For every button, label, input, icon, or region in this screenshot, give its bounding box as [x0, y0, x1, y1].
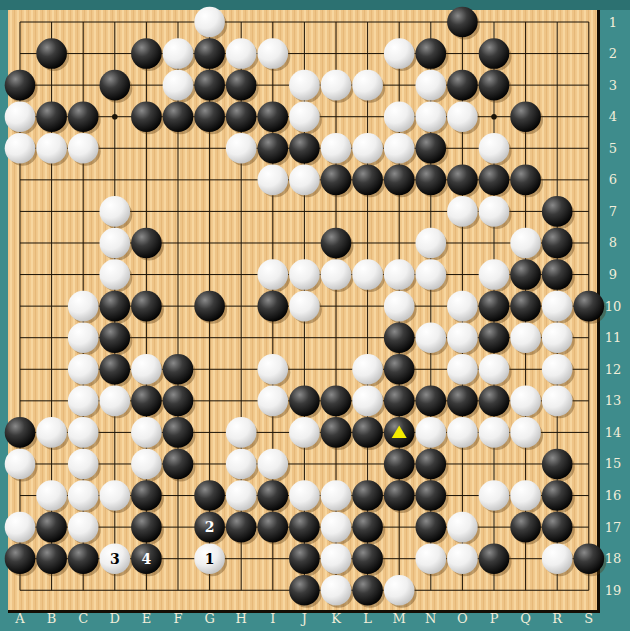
stone-black-G10[interactable] [194, 291, 225, 322]
row-label-5: 5 [609, 141, 617, 156]
stone-white-Q11[interactable] [510, 322, 541, 353]
stone-white-N14[interactable] [416, 417, 447, 448]
stone-black-N6[interactable] [416, 165, 447, 196]
stone-black-D12[interactable] [100, 354, 131, 385]
stone-black-M6[interactable] [384, 165, 415, 196]
stone-black-L6[interactable] [352, 165, 383, 196]
row-label-8: 8 [609, 235, 617, 250]
stone-white-C17[interactable] [68, 512, 99, 543]
col-label-S: S [584, 611, 593, 626]
col-label-B: B [47, 611, 57, 626]
stone-white-H16[interactable] [226, 480, 257, 511]
row-label-13: 13 [605, 393, 622, 408]
stone-white-K17[interactable] [321, 512, 352, 543]
stone-black-D10[interactable] [100, 291, 131, 322]
stone-white-N8[interactable] [416, 228, 447, 259]
row-label-4: 4 [609, 109, 617, 124]
stone-black-K6[interactable] [321, 165, 352, 196]
stone-white-K18[interactable] [321, 543, 352, 574]
col-label-I: I [270, 611, 275, 626]
stone-black-R15[interactable] [542, 449, 573, 480]
stone-black-L19[interactable] [352, 575, 383, 606]
stone-white-I9[interactable] [258, 259, 289, 290]
stone-white-P7[interactable] [479, 196, 510, 227]
stone-white-C5[interactable] [68, 133, 99, 164]
stone-black-I10[interactable] [258, 291, 289, 322]
stone-white-O14[interactable] [447, 417, 478, 448]
stone-black-J17[interactable] [289, 512, 320, 543]
stone-white-O7[interactable] [447, 196, 478, 227]
star-point-P4 [491, 114, 497, 120]
stone-black-F15[interactable] [163, 449, 194, 480]
stone-white-J9[interactable] [289, 259, 320, 290]
stone-black-R9[interactable] [542, 259, 573, 290]
stone-white-D16[interactable] [100, 480, 131, 511]
stone-white-I15[interactable] [258, 449, 289, 480]
row-label-3: 3 [609, 78, 617, 93]
stone-white-B16[interactable] [36, 480, 67, 511]
stone-white-I6[interactable] [258, 165, 289, 196]
stone-white-M4[interactable] [384, 101, 415, 132]
stone-white-P14[interactable] [479, 417, 510, 448]
stone-white-C12[interactable] [68, 354, 99, 385]
stone-white-O17[interactable] [447, 512, 478, 543]
row-label-10: 10 [605, 299, 622, 314]
col-label-P: P [490, 611, 499, 626]
stone-white-G1[interactable] [194, 7, 225, 38]
stone-black-J13[interactable] [289, 386, 320, 417]
stone-white-B5[interactable] [36, 133, 67, 164]
stone-black-I17[interactable] [258, 512, 289, 543]
col-label-H: H [236, 611, 247, 626]
stone-black-Q4[interactable] [510, 101, 541, 132]
stone-white-P9[interactable] [479, 259, 510, 290]
stone-white-M19[interactable] [384, 575, 415, 606]
stone-black-L16[interactable] [352, 480, 383, 511]
row-label-7: 7 [609, 204, 617, 219]
stone-black-Q17[interactable] [510, 512, 541, 543]
col-label-A: A [14, 611, 25, 626]
stone-black-Q6[interactable] [510, 165, 541, 196]
stone-black-E4[interactable] [131, 101, 162, 132]
stone-white-O10[interactable] [447, 291, 478, 322]
stone-black-S18[interactable] [574, 543, 605, 574]
stone-white-E12[interactable] [131, 354, 162, 385]
stone-black-G16[interactable] [194, 480, 225, 511]
stone-white-L13[interactable] [352, 386, 383, 417]
row-label-14: 14 [605, 425, 622, 440]
col-label-L: L [363, 611, 372, 626]
stone-white-O12[interactable] [447, 354, 478, 385]
stone-white-N11[interactable] [416, 322, 447, 353]
stone-black-H3[interactable] [226, 70, 257, 101]
stone-black-K13[interactable] [321, 386, 352, 417]
stone-black-E13[interactable] [131, 386, 162, 417]
row-label-15: 15 [605, 456, 622, 471]
stone-black-M13[interactable] [384, 386, 415, 417]
stone-black-P6[interactable] [479, 165, 510, 196]
stone-white-C15[interactable] [68, 449, 99, 480]
stone-white-L12[interactable] [352, 354, 383, 385]
stone-black-G3[interactable] [194, 70, 225, 101]
col-label-C: C [78, 611, 88, 626]
stone-white-C16[interactable] [68, 480, 99, 511]
stone-white-M9[interactable] [384, 259, 415, 290]
row-label-6: 6 [609, 172, 617, 187]
stone-white-N18[interactable] [416, 543, 447, 574]
move-number-1-G18: 1 [205, 551, 215, 567]
stone-black-E17[interactable] [131, 512, 162, 543]
stone-white-L5[interactable] [352, 133, 383, 164]
move-number-4-E18: 4 [142, 551, 152, 567]
stone-white-A5[interactable] [5, 133, 36, 164]
stone-white-P16[interactable] [479, 480, 510, 511]
stone-black-F12[interactable] [163, 354, 194, 385]
row-label-19: 19 [605, 583, 622, 598]
stone-white-O18[interactable] [447, 543, 478, 574]
stone-black-B17[interactable] [36, 512, 67, 543]
stone-black-P10[interactable] [479, 291, 510, 322]
stone-black-S10[interactable] [574, 291, 605, 322]
stone-white-L9[interactable] [352, 259, 383, 290]
stone-white-R13[interactable] [542, 386, 573, 417]
go-game-screenshot: 1234ABCDEFGHIJKLMNOPQRS12345678910111213… [0, 0, 630, 631]
stone-black-B2[interactable] [36, 38, 67, 69]
stone-black-D11[interactable] [100, 322, 131, 353]
col-label-K: K [331, 611, 341, 626]
stone-white-P12[interactable] [479, 354, 510, 385]
stone-white-F3[interactable] [163, 70, 194, 101]
stone-white-I13[interactable] [258, 386, 289, 417]
stone-black-M12[interactable] [384, 354, 415, 385]
stone-white-D9[interactable] [100, 259, 131, 290]
board-svg: 1234ABCDEFGHIJKLMNOPQRS12345678910111213… [0, 0, 630, 631]
row-label-18: 18 [605, 551, 622, 566]
stone-white-D8[interactable] [100, 228, 131, 259]
stone-black-M16[interactable] [384, 480, 415, 511]
stone-white-Q8[interactable] [510, 228, 541, 259]
stone-black-E16[interactable] [131, 480, 162, 511]
stone-white-I2[interactable] [258, 38, 289, 69]
stone-white-A15[interactable] [5, 449, 36, 480]
stone-white-K3[interactable] [321, 70, 352, 101]
stone-black-H4[interactable] [226, 101, 257, 132]
stone-white-J4[interactable] [289, 101, 320, 132]
stone-black-J18[interactable] [289, 543, 320, 574]
row-label-17: 17 [605, 520, 622, 535]
stone-white-P5[interactable] [479, 133, 510, 164]
stone-white-E14[interactable] [131, 417, 162, 448]
stone-black-Q9[interactable] [510, 259, 541, 290]
stone-black-B4[interactable] [36, 101, 67, 132]
stone-black-G4[interactable] [194, 101, 225, 132]
stone-black-O13[interactable] [447, 386, 478, 417]
col-label-G: G [204, 611, 214, 626]
stone-black-H17[interactable] [226, 512, 257, 543]
stone-white-M10[interactable] [384, 291, 415, 322]
stone-white-C14[interactable] [68, 417, 99, 448]
stone-black-P2[interactable] [479, 38, 510, 69]
stone-black-O6[interactable] [447, 165, 478, 196]
stone-white-K16[interactable] [321, 480, 352, 511]
stone-white-C10[interactable] [68, 291, 99, 322]
stone-black-R17[interactable] [542, 512, 573, 543]
stone-white-K19[interactable] [321, 575, 352, 606]
stone-black-L18[interactable] [352, 543, 383, 574]
stone-black-I5[interactable] [258, 133, 289, 164]
move-number-2-G17: 2 [205, 519, 215, 535]
stone-white-M5[interactable] [384, 133, 415, 164]
stone-white-R18[interactable] [542, 543, 573, 574]
stone-white-H2[interactable] [226, 38, 257, 69]
move-number-3-D18: 3 [110, 551, 120, 567]
stone-white-J10[interactable] [289, 291, 320, 322]
stone-black-A3[interactable] [5, 70, 36, 101]
stone-black-F14[interactable] [163, 417, 194, 448]
stone-white-Q16[interactable] [510, 480, 541, 511]
stone-black-E10[interactable] [131, 291, 162, 322]
col-label-M: M [393, 611, 406, 626]
frame-top-strip [0, 0, 630, 10]
stone-black-E2[interactable] [131, 38, 162, 69]
stone-black-L17[interactable] [352, 512, 383, 543]
stone-black-G2[interactable] [194, 38, 225, 69]
stone-black-N5[interactable] [416, 133, 447, 164]
stone-white-F2[interactable] [163, 38, 194, 69]
stone-black-N15[interactable] [416, 449, 447, 480]
stone-black-F13[interactable] [163, 386, 194, 417]
stone-black-M11[interactable] [384, 322, 415, 353]
col-label-D: D [110, 611, 120, 626]
stone-black-O1[interactable] [447, 7, 478, 38]
stone-black-P18[interactable] [479, 543, 510, 574]
stone-black-P3[interactable] [479, 70, 510, 101]
row-label-1: 1 [609, 15, 617, 30]
stone-white-O4[interactable] [447, 101, 478, 132]
stone-black-R8[interactable] [542, 228, 573, 259]
stone-white-J6[interactable] [289, 165, 320, 196]
stone-white-K9[interactable] [321, 259, 352, 290]
stone-black-K14[interactable] [321, 417, 352, 448]
stone-white-N9[interactable] [416, 259, 447, 290]
stone-white-L3[interactable] [352, 70, 383, 101]
stone-black-O3[interactable] [447, 70, 478, 101]
stone-white-A4[interactable] [5, 101, 36, 132]
stone-white-N3[interactable] [416, 70, 447, 101]
stone-black-I4[interactable] [258, 101, 289, 132]
col-label-O: O [457, 611, 468, 626]
stone-black-P11[interactable] [479, 322, 510, 353]
stone-white-H15[interactable] [226, 449, 257, 480]
stone-white-J16[interactable] [289, 480, 320, 511]
stone-white-Q13[interactable] [510, 386, 541, 417]
stone-white-J3[interactable] [289, 70, 320, 101]
stone-white-R12[interactable] [542, 354, 573, 385]
stone-white-O11[interactable] [447, 322, 478, 353]
stone-black-C4[interactable] [68, 101, 99, 132]
stone-black-Q10[interactable] [510, 291, 541, 322]
stone-black-B18[interactable] [36, 543, 67, 574]
stone-white-C13[interactable] [68, 386, 99, 417]
stone-black-R16[interactable] [542, 480, 573, 511]
stone-black-K8[interactable] [321, 228, 352, 259]
stone-white-A17[interactable] [5, 512, 36, 543]
col-label-F: F [173, 611, 182, 626]
row-label-12: 12 [605, 362, 622, 377]
stone-black-F4[interactable] [163, 101, 194, 132]
stone-white-E15[interactable] [131, 449, 162, 480]
stone-black-C18[interactable] [68, 543, 99, 574]
stone-white-M2[interactable] [384, 38, 415, 69]
col-label-J: J [300, 611, 307, 626]
stone-white-K5[interactable] [321, 133, 352, 164]
stone-black-I16[interactable] [258, 480, 289, 511]
stone-white-R10[interactable] [542, 291, 573, 322]
stone-black-P13[interactable] [479, 386, 510, 417]
stone-black-J5[interactable] [289, 133, 320, 164]
stone-white-B14[interactable] [36, 417, 67, 448]
stone-black-M15[interactable] [384, 449, 415, 480]
stone-black-N16[interactable] [416, 480, 447, 511]
row-label-2: 2 [609, 46, 617, 61]
stone-white-C11[interactable] [68, 322, 99, 353]
stone-white-N4[interactable] [416, 101, 447, 132]
stone-white-J14[interactable] [289, 417, 320, 448]
stone-black-E8[interactable] [131, 228, 162, 259]
stone-white-D7[interactable] [100, 196, 131, 227]
row-label-11: 11 [605, 330, 622, 345]
stone-white-D13[interactable] [100, 386, 131, 417]
stone-black-L14[interactable] [352, 417, 383, 448]
col-label-Q: Q [520, 611, 531, 626]
stone-white-H5[interactable] [226, 133, 257, 164]
stone-black-N17[interactable] [416, 512, 447, 543]
stone-black-R7[interactable] [542, 196, 573, 227]
col-label-N: N [425, 611, 436, 626]
stone-white-I12[interactable] [258, 354, 289, 385]
stone-black-N2[interactable] [416, 38, 447, 69]
col-label-R: R [552, 611, 563, 626]
stone-black-J19[interactable] [289, 575, 320, 606]
stone-black-A18[interactable] [5, 543, 36, 574]
stone-white-R11[interactable] [542, 322, 573, 353]
stone-white-Q14[interactable] [510, 417, 541, 448]
row-label-9: 9 [609, 267, 617, 282]
stone-white-H14[interactable] [226, 417, 257, 448]
stone-black-D3[interactable] [100, 70, 131, 101]
stone-black-A14[interactable] [5, 417, 36, 448]
star-point-D4 [112, 114, 118, 120]
row-label-16: 16 [605, 488, 622, 503]
stone-black-N13[interactable] [416, 386, 447, 417]
col-label-E: E [142, 611, 152, 626]
